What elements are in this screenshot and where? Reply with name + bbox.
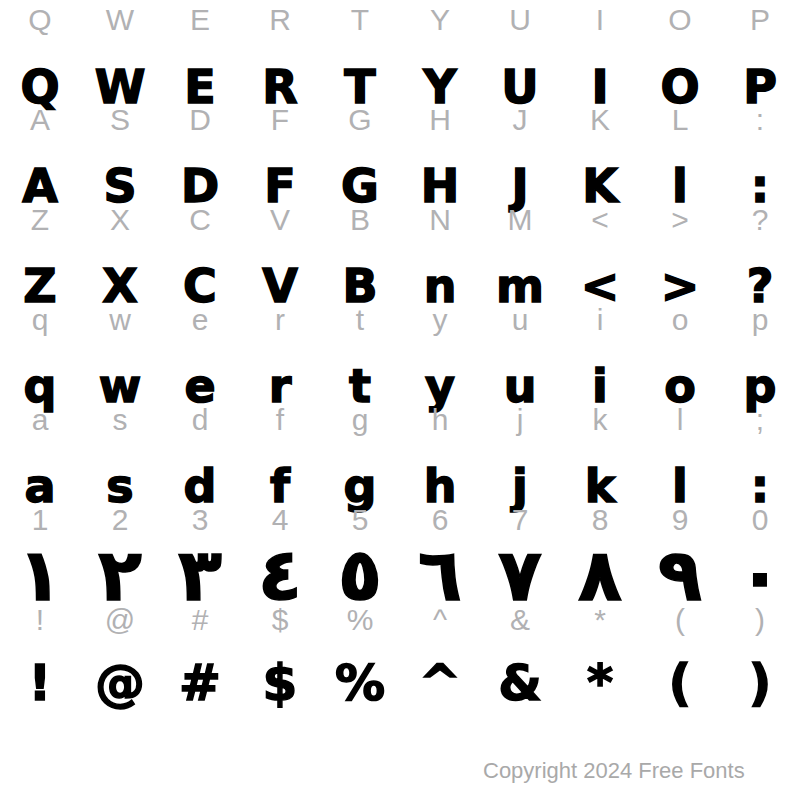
label-char: l xyxy=(640,405,720,435)
label-char: f xyxy=(240,405,320,435)
label-char: s xyxy=(80,405,160,435)
glyph-char: ٤ xyxy=(240,539,320,611)
label-char: ; xyxy=(720,405,800,435)
label-char: ^ xyxy=(400,605,480,635)
glyph-char: $ xyxy=(240,658,320,708)
label-char: e xyxy=(160,305,240,335)
label-char: d xyxy=(160,405,240,435)
label-char: G xyxy=(320,105,400,135)
label-char: w xyxy=(80,305,160,335)
label-char: y xyxy=(400,305,480,335)
glyph-char: ٦ xyxy=(400,539,480,611)
glyph-char: ^ xyxy=(400,658,480,708)
label-char: ? xyxy=(720,205,800,235)
glyph-char: # xyxy=(160,658,240,708)
label-char: 0 xyxy=(720,505,800,535)
label-char: : xyxy=(720,105,800,135)
label-char: i xyxy=(560,305,640,335)
label-char: I xyxy=(560,5,640,35)
label-char: T xyxy=(320,5,400,35)
glyph-char: ١ xyxy=(0,539,80,611)
glyph-char: ( xyxy=(640,658,720,708)
label-char: R xyxy=(240,5,320,35)
label-char: L xyxy=(640,105,720,135)
label-char: S xyxy=(80,105,160,135)
glyph-char: ٨ xyxy=(560,539,640,611)
label-char: C xyxy=(160,205,240,235)
label-char: & xyxy=(480,605,560,635)
label-char: o xyxy=(640,305,720,335)
glyph-row-digits: ١٢٣٤٥٦٧٨٩٠ xyxy=(0,539,800,611)
label-char: t xyxy=(320,305,400,335)
label-char: 5 xyxy=(320,505,400,535)
label-char: ! xyxy=(0,605,80,635)
label-char: < xyxy=(560,205,640,235)
glyph-char: ) xyxy=(720,658,800,708)
label-char: 4 xyxy=(240,505,320,535)
label-char: E xyxy=(160,5,240,35)
label-char: j xyxy=(480,405,560,435)
glyph-char: ٣ xyxy=(160,539,240,611)
label-char: % xyxy=(320,605,400,635)
glyph-char: ٩ xyxy=(640,539,720,611)
glyph-char: @ xyxy=(80,658,160,708)
label-char: u xyxy=(480,305,560,335)
label-char: 7 xyxy=(480,505,560,535)
label-char: q xyxy=(0,305,80,335)
label-char: N xyxy=(400,205,480,235)
glyph-char: ٥ xyxy=(320,539,400,611)
glyph-char: ٧ xyxy=(480,539,560,611)
label-char: @ xyxy=(80,605,160,635)
label-char: J xyxy=(480,105,560,135)
label-char: Y xyxy=(400,5,480,35)
label-char: 9 xyxy=(640,505,720,535)
label-char: F xyxy=(240,105,320,135)
glyph-char: * xyxy=(560,658,640,708)
label-char: 3 xyxy=(160,505,240,535)
glyph-char: % xyxy=(320,658,400,708)
label-char: H xyxy=(400,105,480,135)
label-char: 8 xyxy=(560,505,640,535)
glyph-row-symbols: !@#$%^&*() xyxy=(0,658,800,708)
label-row-caps-top: QWERTYUIOP xyxy=(0,5,800,35)
label-char: * xyxy=(560,605,640,635)
label-char: 6 xyxy=(400,505,480,535)
label-char: a xyxy=(0,405,80,435)
label-char: K xyxy=(560,105,640,135)
label-char: U xyxy=(480,5,560,35)
label-char: Q xyxy=(0,5,80,35)
label-row-lower-home: asdfghjkl; xyxy=(0,405,800,435)
label-char: P xyxy=(720,5,800,35)
label-char: 1 xyxy=(0,505,80,535)
label-char: V xyxy=(240,205,320,235)
label-row-lower-top: qwertyuiop xyxy=(0,305,800,335)
glyph-char: & xyxy=(480,658,560,708)
label-char: O xyxy=(640,5,720,35)
label-char: ( xyxy=(640,605,720,635)
label-row-symbols: !@#$%^&*() xyxy=(0,605,800,635)
label-char: M xyxy=(480,205,560,235)
label-char: X xyxy=(80,205,160,235)
label-char: r xyxy=(240,305,320,335)
glyph-char: ٢ xyxy=(80,539,160,611)
label-char: ) xyxy=(720,605,800,635)
label-char: # xyxy=(160,605,240,635)
label-char: g xyxy=(320,405,400,435)
label-char: Z xyxy=(0,205,80,235)
label-char: h xyxy=(400,405,480,435)
label-char: D xyxy=(160,105,240,135)
label-char: > xyxy=(640,205,720,235)
label-char: k xyxy=(560,405,640,435)
label-char: A xyxy=(0,105,80,135)
label-char: p xyxy=(720,305,800,335)
label-char: 2 xyxy=(80,505,160,535)
label-row-caps-home: ASDFGHJKL: xyxy=(0,105,800,135)
glyph-char: ! xyxy=(0,658,80,708)
label-row-digits: 1234567890 xyxy=(0,505,800,535)
label-char: $ xyxy=(240,605,320,635)
copyright-text: Copyright 2024 Free Fonts xyxy=(483,760,745,782)
glyph-char: ٠ xyxy=(720,539,800,611)
label-row-caps-bottom: ZXCVBNM<>? xyxy=(0,205,800,235)
label-char: B xyxy=(320,205,400,235)
label-char: W xyxy=(80,5,160,35)
